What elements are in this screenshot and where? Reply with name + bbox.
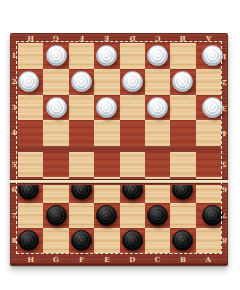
square-f7[interactable] <box>69 203 94 228</box>
square-c8[interactable] <box>145 228 170 253</box>
square-e7[interactable] <box>94 203 119 228</box>
square-h8[interactable] <box>18 228 43 253</box>
board-fold-hinge <box>10 179 228 185</box>
square-e2[interactable] <box>94 69 119 95</box>
square-b5[interactable] <box>170 152 195 177</box>
square-g7[interactable] <box>43 203 68 228</box>
white-checker-e1[interactable] <box>96 45 117 66</box>
white-checker-b2[interactable] <box>172 71 193 92</box>
square-b2[interactable] <box>170 69 195 95</box>
rank-label-right-2: 2 <box>222 69 227 95</box>
square-h1[interactable] <box>18 43 43 69</box>
square-e3[interactable] <box>94 95 119 121</box>
square-f1[interactable] <box>69 43 94 69</box>
square-f4[interactable] <box>69 120 94 146</box>
square-a2[interactable] <box>196 69 221 95</box>
file-label-top-a: A <box>196 34 221 43</box>
black-checker-a7[interactable] <box>202 205 223 226</box>
product-photo: HGFEDCBA HGFEDCBA 12345678 12345678 <box>0 0 240 290</box>
file-label-top-b: B <box>170 34 195 43</box>
square-f8[interactable] <box>69 228 94 253</box>
square-a3[interactable] <box>196 95 221 121</box>
file-label-top-f: F <box>69 34 94 43</box>
square-d8[interactable] <box>120 228 145 253</box>
black-checker-b8[interactable] <box>172 230 193 251</box>
white-checker-e3[interactable] <box>96 97 117 118</box>
white-checker-c1[interactable] <box>147 45 168 66</box>
file-label-bottom-a: A <box>196 255 221 264</box>
square-c4[interactable] <box>145 120 170 146</box>
square-g3[interactable] <box>43 95 68 121</box>
file-label-bottom-f: F <box>69 255 94 264</box>
rank-labels-left: 12345678 <box>10 43 18 253</box>
square-d3[interactable] <box>120 95 145 121</box>
square-c1[interactable] <box>145 43 170 69</box>
square-b7[interactable] <box>170 203 195 228</box>
board-bottom-half <box>18 152 221 253</box>
rank-label-left-3: 3 <box>12 95 17 121</box>
file-labels-top: HGFEDCBA <box>18 34 221 43</box>
square-f2[interactable] <box>69 69 94 95</box>
file-label-bottom-d: D <box>120 255 145 264</box>
square-f3[interactable] <box>69 95 94 121</box>
square-f5[interactable] <box>69 152 94 177</box>
square-e4[interactable] <box>94 120 119 146</box>
square-c5[interactable] <box>145 152 170 177</box>
file-label-bottom-h: H <box>18 255 43 264</box>
square-b3[interactable] <box>170 95 195 121</box>
square-h7[interactable] <box>18 203 43 228</box>
square-c7[interactable] <box>145 203 170 228</box>
square-e5[interactable] <box>94 152 119 177</box>
rank-label-right-8: 8 <box>222 228 227 253</box>
file-label-bottom-g: G <box>43 255 68 264</box>
file-labels-bottom: HGFEDCBA <box>18 255 221 264</box>
white-checker-f2[interactable] <box>71 71 92 92</box>
rank-label-right-7: 7 <box>222 203 227 228</box>
rank-label-left-7: 7 <box>12 203 17 228</box>
square-g2[interactable] <box>43 69 68 95</box>
square-d5[interactable] <box>120 152 145 177</box>
square-a1[interactable] <box>196 43 221 69</box>
rank-labels-right: 12345678 <box>221 43 228 253</box>
square-b1[interactable] <box>170 43 195 69</box>
black-checker-h8[interactable] <box>18 230 39 251</box>
rank-label-left-1: 1 <box>12 43 17 69</box>
black-checker-c7[interactable] <box>147 205 168 226</box>
square-d4[interactable] <box>120 120 145 146</box>
white-checker-g1[interactable] <box>46 45 67 66</box>
checkers-board: HGFEDCBA HGFEDCBA 12345678 12345678 <box>10 33 228 266</box>
square-h3[interactable] <box>18 95 43 121</box>
rank-label-left-6: 6 <box>12 177 17 202</box>
rank-label-right-5: 5 <box>222 152 227 177</box>
rank-label-left-5: 5 <box>12 152 17 177</box>
rank-label-left-8: 8 <box>12 228 17 253</box>
black-checker-e7[interactable] <box>96 205 117 226</box>
square-d7[interactable] <box>120 203 145 228</box>
black-checker-d8[interactable] <box>122 230 143 251</box>
square-a7[interactable] <box>196 203 221 228</box>
square-a8[interactable] <box>196 228 221 253</box>
square-h2[interactable] <box>18 69 43 95</box>
file-label-bottom-b: B <box>170 255 195 264</box>
square-d2[interactable] <box>120 69 145 95</box>
rank-label-right-3: 3 <box>222 95 227 121</box>
file-label-bottom-c: C <box>145 255 170 264</box>
square-g1[interactable] <box>43 43 68 69</box>
square-c3[interactable] <box>145 95 170 121</box>
square-b4[interactable] <box>170 120 195 146</box>
square-b8[interactable] <box>170 228 195 253</box>
black-checker-f8[interactable] <box>71 230 92 251</box>
playing-area <box>18 43 221 253</box>
square-e1[interactable] <box>94 43 119 69</box>
square-c2[interactable] <box>145 69 170 95</box>
file-label-top-g: G <box>43 34 68 43</box>
square-h5[interactable] <box>18 152 43 177</box>
file-label-top-h: H <box>18 34 43 43</box>
square-g5[interactable] <box>43 152 68 177</box>
square-a4[interactable] <box>196 120 221 146</box>
white-checker-c3[interactable] <box>147 97 168 118</box>
board-top-half <box>18 43 221 146</box>
rank-label-right-4: 4 <box>222 120 227 146</box>
white-checker-a1[interactable] <box>202 45 223 66</box>
white-checker-d2[interactable] <box>122 71 143 92</box>
square-g4[interactable] <box>43 120 68 146</box>
white-checker-h2[interactable] <box>18 71 39 92</box>
rank-label-right-6: 6 <box>222 177 227 202</box>
rank-label-left-2: 2 <box>12 69 17 95</box>
square-d1[interactable] <box>120 43 145 69</box>
file-label-bottom-e: E <box>94 255 119 264</box>
file-label-top-e: E <box>94 34 119 43</box>
white-checker-a3[interactable] <box>202 97 223 118</box>
rank-label-left-4: 4 <box>12 120 17 146</box>
white-checker-g3[interactable] <box>46 97 67 118</box>
square-g8[interactable] <box>43 228 68 253</box>
file-label-top-c: C <box>145 34 170 43</box>
file-label-top-d: D <box>120 34 145 43</box>
square-a5[interactable] <box>196 152 221 177</box>
black-checker-g7[interactable] <box>46 205 67 226</box>
square-e8[interactable] <box>94 228 119 253</box>
square-h4[interactable] <box>18 120 43 146</box>
rank-label-right-1: 1 <box>222 43 227 69</box>
